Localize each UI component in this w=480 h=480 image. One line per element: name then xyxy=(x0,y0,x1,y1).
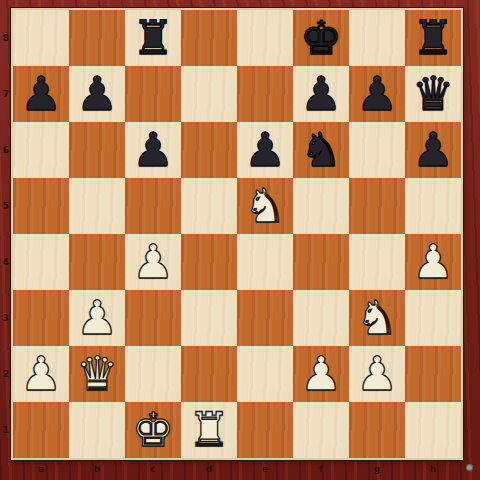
square-c6[interactable]: ♟ xyxy=(125,122,181,178)
rank-label-3: 3 xyxy=(0,290,12,346)
square-c2[interactable] xyxy=(125,346,181,402)
square-g6[interactable] xyxy=(349,122,405,178)
corner-dot xyxy=(466,464,473,471)
square-d3[interactable] xyxy=(181,290,237,346)
square-g1[interactable] xyxy=(349,402,405,458)
white-rook-d1[interactable]: ♜ xyxy=(181,402,237,458)
square-e8[interactable] xyxy=(237,10,293,66)
white-pawn-h4[interactable]: ♟ xyxy=(405,234,461,290)
white-pawn-b3[interactable]: ♟ xyxy=(69,290,125,346)
square-h2[interactable] xyxy=(405,346,461,402)
square-h4[interactable]: ♟ xyxy=(405,234,461,290)
square-c8[interactable]: ♜ xyxy=(125,10,181,66)
square-c5[interactable] xyxy=(125,178,181,234)
board-frame: ♜♚♜♟♟♟♟♛♟♟♞♟♞♟♟♟♞♟♛♟♟♚♜ xyxy=(11,8,463,460)
rank-label-8: 8 xyxy=(0,10,12,66)
square-g7[interactable]: ♟ xyxy=(349,66,405,122)
rank-label-1: 1 xyxy=(0,402,12,458)
rank-label-6: 6 xyxy=(0,122,12,178)
square-d5[interactable] xyxy=(181,178,237,234)
square-c4[interactable]: ♟ xyxy=(125,234,181,290)
square-a6[interactable] xyxy=(13,122,69,178)
black-pawn-e6[interactable]: ♟ xyxy=(237,122,293,178)
chess-board: ♜♚♜♟♟♟♟♛♟♟♞♟♞♟♟♟♞♟♛♟♟♚♜ xyxy=(13,10,461,458)
square-a8[interactable] xyxy=(13,10,69,66)
white-pawn-c4[interactable]: ♟ xyxy=(125,234,181,290)
square-e6[interactable]: ♟ xyxy=(237,122,293,178)
square-h6[interactable]: ♟ xyxy=(405,122,461,178)
black-queen-h7[interactable]: ♛ xyxy=(405,66,461,122)
square-b5[interactable] xyxy=(69,178,125,234)
square-f1[interactable] xyxy=(293,402,349,458)
white-pawn-a2[interactable]: ♟ xyxy=(13,346,69,402)
file-label-d: d xyxy=(181,460,237,480)
square-f8[interactable]: ♚ xyxy=(293,10,349,66)
square-g3[interactable]: ♞ xyxy=(349,290,405,346)
rank-label-5: 5 xyxy=(0,178,12,234)
black-pawn-c6[interactable]: ♟ xyxy=(125,122,181,178)
white-pawn-g2[interactable]: ♟ xyxy=(349,346,405,402)
file-label-e: e xyxy=(237,460,293,480)
square-f6[interactable]: ♞ xyxy=(293,122,349,178)
square-a4[interactable] xyxy=(13,234,69,290)
file-label-g: g xyxy=(349,460,405,480)
square-f3[interactable] xyxy=(293,290,349,346)
rank-label-7: 7 xyxy=(0,66,12,122)
square-b6[interactable] xyxy=(69,122,125,178)
square-a2[interactable]: ♟ xyxy=(13,346,69,402)
square-h3[interactable] xyxy=(405,290,461,346)
square-a7[interactable]: ♟ xyxy=(13,66,69,122)
square-c7[interactable] xyxy=(125,66,181,122)
square-b4[interactable] xyxy=(69,234,125,290)
file-label-a: a xyxy=(13,460,69,480)
square-f7[interactable]: ♟ xyxy=(293,66,349,122)
square-e5[interactable]: ♞ xyxy=(237,178,293,234)
square-e2[interactable] xyxy=(237,346,293,402)
rank-label-2: 2 xyxy=(0,346,12,402)
square-d7[interactable] xyxy=(181,66,237,122)
rank-label-4: 4 xyxy=(0,234,12,290)
square-f2[interactable]: ♟ xyxy=(293,346,349,402)
black-rook-h8[interactable]: ♜ xyxy=(405,10,461,66)
square-f4[interactable] xyxy=(293,234,349,290)
square-g5[interactable] xyxy=(349,178,405,234)
square-e3[interactable] xyxy=(237,290,293,346)
square-g2[interactable]: ♟ xyxy=(349,346,405,402)
black-king-f8[interactable]: ♚ xyxy=(293,10,349,66)
square-b1[interactable] xyxy=(69,402,125,458)
square-b2[interactable]: ♛ xyxy=(69,346,125,402)
square-c3[interactable] xyxy=(125,290,181,346)
black-rook-c8[interactable]: ♜ xyxy=(125,10,181,66)
square-h8[interactable]: ♜ xyxy=(405,10,461,66)
black-pawn-h6[interactable]: ♟ xyxy=(405,122,461,178)
square-e4[interactable] xyxy=(237,234,293,290)
file-label-h: h xyxy=(405,460,461,480)
file-label-c: c xyxy=(125,460,181,480)
square-h5[interactable] xyxy=(405,178,461,234)
file-label-b: b xyxy=(69,460,125,480)
black-pawn-b7[interactable]: ♟ xyxy=(69,66,125,122)
file-label-f: f xyxy=(293,460,349,480)
square-d6[interactable] xyxy=(181,122,237,178)
white-queen-b2[interactable]: ♛ xyxy=(69,346,125,402)
square-b8[interactable] xyxy=(69,10,125,66)
white-pawn-f2[interactable]: ♟ xyxy=(293,346,349,402)
square-b3[interactable]: ♟ xyxy=(69,290,125,346)
square-g8[interactable] xyxy=(349,10,405,66)
square-c1[interactable]: ♚ xyxy=(125,402,181,458)
square-d1[interactable]: ♜ xyxy=(181,402,237,458)
square-e7[interactable] xyxy=(237,66,293,122)
square-a1[interactable] xyxy=(13,402,69,458)
white-knight-e5[interactable]: ♞ xyxy=(237,178,293,234)
square-f5[interactable] xyxy=(293,178,349,234)
square-d8[interactable] xyxy=(181,10,237,66)
square-a3[interactable] xyxy=(13,290,69,346)
black-knight-f6[interactable]: ♞ xyxy=(293,122,349,178)
black-pawn-f7[interactable]: ♟ xyxy=(293,66,349,122)
white-king-c1[interactable]: ♚ xyxy=(125,402,181,458)
square-h1[interactable] xyxy=(405,402,461,458)
black-pawn-g7[interactable]: ♟ xyxy=(349,66,405,122)
square-d2[interactable] xyxy=(181,346,237,402)
square-g4[interactable] xyxy=(349,234,405,290)
black-pawn-a7[interactable]: ♟ xyxy=(13,66,69,122)
square-h7[interactable]: ♛ xyxy=(405,66,461,122)
white-knight-g3[interactable]: ♞ xyxy=(349,290,405,346)
square-d4[interactable] xyxy=(181,234,237,290)
square-e1[interactable] xyxy=(237,402,293,458)
square-b7[interactable]: ♟ xyxy=(69,66,125,122)
square-a5[interactable] xyxy=(13,178,69,234)
